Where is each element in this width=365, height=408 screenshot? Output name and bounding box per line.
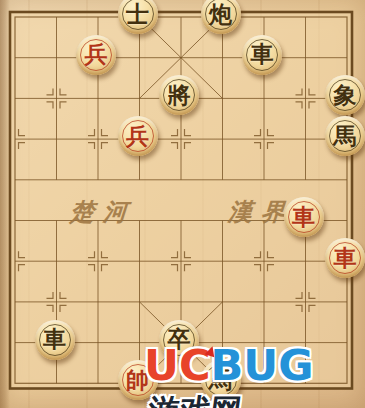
piece-black-horse[interactable]: 馬	[325, 116, 365, 156]
piece-glyph: 車	[334, 246, 357, 269]
watermark-bug-text: BUG	[210, 340, 313, 390]
piece-red-soldier[interactable]: 兵	[76, 35, 116, 75]
piece-red-chariot[interactable]: 車	[284, 197, 324, 237]
xiangqi-app: 楚河 漢界 士炮兵車將象兵馬車車車卒帥馬 UCBUG 游戏网 .com	[0, 0, 365, 408]
piece-glyph: 車	[292, 205, 315, 228]
piece-black-general[interactable]: 將	[159, 75, 199, 115]
piece-black-advisor[interactable]: 士	[118, 0, 158, 34]
piece-red-soldier[interactable]: 兵	[118, 116, 158, 156]
piece-black-elephant[interactable]: 象	[325, 75, 365, 115]
watermark-uc-text: UC	[144, 340, 210, 390]
piece-glyph: 車	[251, 42, 274, 65]
watermark: UCBUG 游戏网 .com	[144, 344, 365, 408]
piece-red-chariot[interactable]: 車	[325, 238, 365, 278]
piece-black-chariot[interactable]: 車	[242, 35, 282, 75]
watermark-site-text: 游戏网	[146, 395, 243, 408]
piece-black-cannon[interactable]: 炮	[201, 0, 241, 34]
piece-glyph: 馬	[334, 124, 357, 147]
piece-glyph: 兵	[126, 124, 149, 147]
piece-black-chariot[interactable]: 車	[35, 320, 75, 360]
piece-glyph: 將	[168, 83, 191, 106]
piece-glyph: 象	[334, 83, 357, 106]
piece-glyph: 士	[126, 2, 149, 25]
piece-glyph: 兵	[85, 42, 108, 65]
piece-glyph: 車	[43, 327, 66, 350]
piece-glyph: 炮	[209, 2, 232, 25]
